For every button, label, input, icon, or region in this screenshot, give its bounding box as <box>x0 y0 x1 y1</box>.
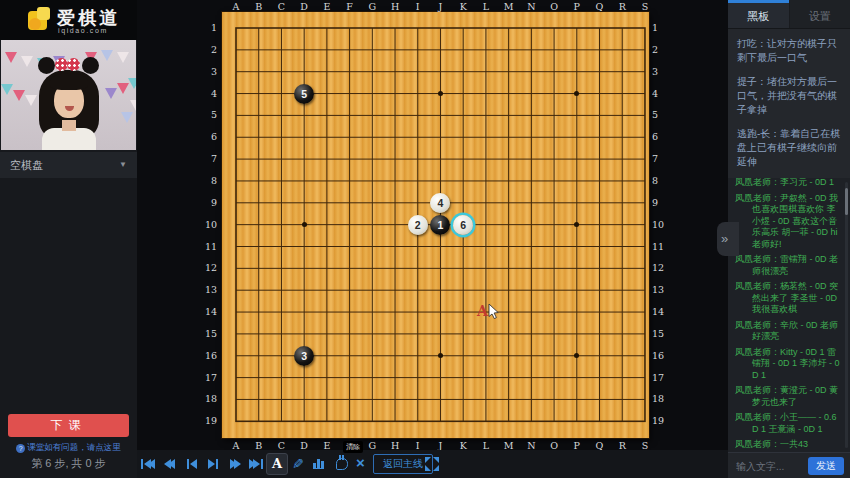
col-label-top-A: A <box>228 1 244 12</box>
row-label-left-9: 9 <box>201 197 217 208</box>
row-label-left-7: 7 <box>201 153 217 164</box>
mouse-cursor <box>488 304 500 324</box>
row-label-right-7: 7 <box>652 153 668 164</box>
tab-settings[interactable]: 设置 <box>789 0 850 28</box>
col-label-top-O: O <box>546 1 562 12</box>
row-label-left-6: 6 <box>201 131 217 142</box>
col-label-top-G: G <box>364 1 380 12</box>
row-label-right-3: 3 <box>652 66 668 77</box>
chat-message-4: 凤凰老师：辛欣 - 0D 老师好漂亮 <box>735 320 842 343</box>
panel-collapse-handle[interactable]: » <box>717 222 739 256</box>
stone-6-K10[interactable]: 6 <box>453 215 473 235</box>
note-item-2: 逃跑-长：靠着自己在棋盘上已有棋子继续向前延伸 <box>737 127 841 169</box>
row-label-right-16: 16 <box>652 350 668 361</box>
col-label-top-I: I <box>410 1 426 12</box>
col-label-top-R: R <box>614 1 630 12</box>
back-to-mainline-button[interactable]: 返回主线 <box>373 454 433 474</box>
step-forward-icon[interactable] <box>204 457 222 471</box>
chat-input[interactable] <box>736 458 806 474</box>
chat-scrollbar-thumb[interactable] <box>845 188 848 215</box>
logo-strip: 爱棋道 iqidao.com <box>0 0 137 40</box>
step-status: 第 6 步, 共 0 步 <box>0 456 137 471</box>
row-label-right-6: 6 <box>652 131 668 142</box>
row-label-left-11: 11 <box>201 241 217 252</box>
board-grid[interactable]: 123456A <box>236 28 645 422</box>
right-panel: 黑板 设置 打吃：让对方的棋子只剩下最后一口气提子：堵住对方最后一口气，并把没有… <box>728 0 850 478</box>
expand-fullscreen-icon[interactable] <box>425 457 439 471</box>
annotation-A-L14: A <box>477 303 488 319</box>
row-label-right-12: 12 <box>652 262 668 273</box>
row-label-left-17: 17 <box>201 372 217 383</box>
row-label-left-4: 4 <box>201 88 217 99</box>
row-label-left-5: 5 <box>201 109 217 120</box>
col-label-top-K: K <box>455 1 471 12</box>
stone-1-J10[interactable]: 1 <box>430 215 450 235</box>
board-select-dropdown[interactable]: 空棋盘 ▼ <box>0 152 137 178</box>
row-label-left-16: 16 <box>201 350 217 361</box>
note-item-1: 提子：堵住对方最后一口气，并把没有气的棋子拿掉 <box>737 75 841 117</box>
fast-forward-icon[interactable] <box>226 457 244 471</box>
row-label-right-9: 9 <box>652 197 668 208</box>
col-label-top-S: S <box>637 1 653 12</box>
row-label-left-10: 10 <box>201 219 217 230</box>
tab-blackboard[interactable]: 黑板 <box>728 0 789 28</box>
row-label-left-1: 1 <box>201 22 217 33</box>
chat-scrollbar-track <box>845 182 848 448</box>
col-label-top-F: F <box>342 1 358 12</box>
stone-3-D16[interactable]: 3 <box>294 346 314 366</box>
letter-marker-tool[interactable]: A <box>266 453 288 475</box>
skip-to-start-icon[interactable] <box>139 457 157 471</box>
skip-to-end-icon[interactable] <box>247 457 265 471</box>
left-sidebar: 爱棋道 iqidao.com 空棋盘 ▼ 下课 ?课堂如有问题，请点这里 第 6… <box>0 0 137 478</box>
row-label-right-11: 11 <box>652 241 668 252</box>
row-label-left-19: 19 <box>201 415 217 426</box>
row-label-right-15: 15 <box>652 328 668 339</box>
stone-5-D4[interactable]: 5 <box>294 84 314 104</box>
stone-2-I10[interactable]: 2 <box>408 215 428 235</box>
chevron-down-icon: ▼ <box>119 152 127 178</box>
chat-message-7: 凤凰老师：小王—— - 0.6D 1 王意涵 - 0D 1 <box>735 412 842 435</box>
logo-domain: iqidao.com <box>58 27 108 34</box>
clear-tooltip: 清除 <box>343 441 363 453</box>
chat-message-6: 凤凰老师：黄澄元 - 0D 黄梦元也来了 <box>735 385 842 408</box>
col-label-top-B: B <box>251 1 267 12</box>
row-label-right-2: 2 <box>652 44 668 55</box>
col-label-top-P: P <box>569 1 585 12</box>
chat-input-bar: 发送 <box>728 452 850 478</box>
row-label-left-2: 2 <box>201 44 217 55</box>
iqidao-logo-icon <box>27 7 53 33</box>
row-label-left-12: 12 <box>201 262 217 273</box>
chat-message-8: 凤凰老师：一共43 <box>735 439 842 451</box>
chat-message-list: 凤凰老师：李习元 - 0D 1凤凰老师：尹叙然 - 0D 我也喜欢围棋喜欢你 李… <box>735 178 842 452</box>
chat-message-0: 凤凰老师：李习元 - 0D 1 <box>735 178 842 189</box>
star-point-J4 <box>438 91 443 96</box>
row-label-right-19: 19 <box>652 415 668 426</box>
chat-message-2: 凤凰老师：雷镭翔 - 0D 老师很漂亮 <box>735 254 842 277</box>
row-label-left-15: 15 <box>201 328 217 339</box>
panel-tabs: 黑板 设置 <box>728 0 850 29</box>
col-label-top-N: N <box>523 1 539 12</box>
chart-icon[interactable] <box>313 459 324 469</box>
bottom-toolbar: A ✎ × 返回主线 <box>137 450 728 478</box>
chat-message-1: 凤凰老师：尹叙然 - 0D 我也喜欢围棋喜欢你 李小煜 - 0D 喜欢这个音乐高… <box>735 193 842 251</box>
col-label-top-D: D <box>296 1 312 12</box>
row-label-left-13: 13 <box>201 284 217 295</box>
step-back-icon[interactable] <box>183 457 201 471</box>
col-label-top-L: L <box>478 1 494 12</box>
chat-area: 凤凰老师：李习元 - 0D 1凤凰老师：尹叙然 - 0D 我也喜欢围棋喜欢你 李… <box>728 178 850 452</box>
col-label-top-Q: Q <box>592 1 608 12</box>
row-label-right-1: 1 <box>652 22 668 33</box>
go-board-area: 123456A AABBCCDDEEFFGGHHIIJJKKLLMMNNOOPP… <box>205 0 675 462</box>
row-label-right-8: 8 <box>652 175 668 186</box>
row-label-left-18: 18 <box>201 393 217 404</box>
note-item-0: 打吃：让对方的棋子只剩下最后一口气 <box>737 37 841 65</box>
board-select-value: 空棋盘 <box>10 159 43 171</box>
chat-message-5: 凤凰老师：Kitty - 0D 1 雷镭翔 - 0D 1 李沛圩 - 0D 1 <box>735 347 842 382</box>
pencil-icon[interactable]: ✎ <box>292 456 304 472</box>
row-label-right-14: 14 <box>652 306 668 317</box>
row-label-left-8: 8 <box>201 175 217 186</box>
info-icon: ? <box>16 444 25 453</box>
col-label-top-J: J <box>432 1 448 12</box>
help-link[interactable]: ?课堂如有问题，请点这里 <box>0 442 137 454</box>
fast-backward-icon[interactable] <box>160 457 178 471</box>
chat-message-3: 凤凰老师：杨茗然 - 0D 突然出来了 李圣世 - 0D 我很喜欢棋 <box>735 281 842 316</box>
send-button[interactable]: 发送 <box>808 457 844 475</box>
row-label-right-4: 4 <box>652 88 668 99</box>
col-label-top-M: M <box>501 1 517 12</box>
clear-marks-icon[interactable]: × <box>356 454 365 471</box>
row-label-left-3: 3 <box>201 66 217 77</box>
col-label-top-E: E <box>319 1 335 12</box>
webcam-video <box>1 40 136 150</box>
end-class-button[interactable]: 下课 <box>8 414 129 437</box>
hand-pan-icon[interactable] <box>336 458 348 470</box>
blackboard-notes: 打吃：让对方的棋子只剩下最后一口气提子：堵住对方最后一口气，并把没有气的棋子拿掉… <box>728 29 850 178</box>
row-label-right-10: 10 <box>652 219 668 230</box>
row-label-right-17: 17 <box>652 372 668 383</box>
row-label-left-14: 14 <box>201 306 217 317</box>
row-label-right-13: 13 <box>652 284 668 295</box>
row-label-right-18: 18 <box>652 393 668 404</box>
star-point-D10 <box>302 222 307 227</box>
col-label-top-C: C <box>273 1 289 12</box>
col-label-top-H: H <box>387 1 403 12</box>
row-label-right-5: 5 <box>652 109 668 120</box>
